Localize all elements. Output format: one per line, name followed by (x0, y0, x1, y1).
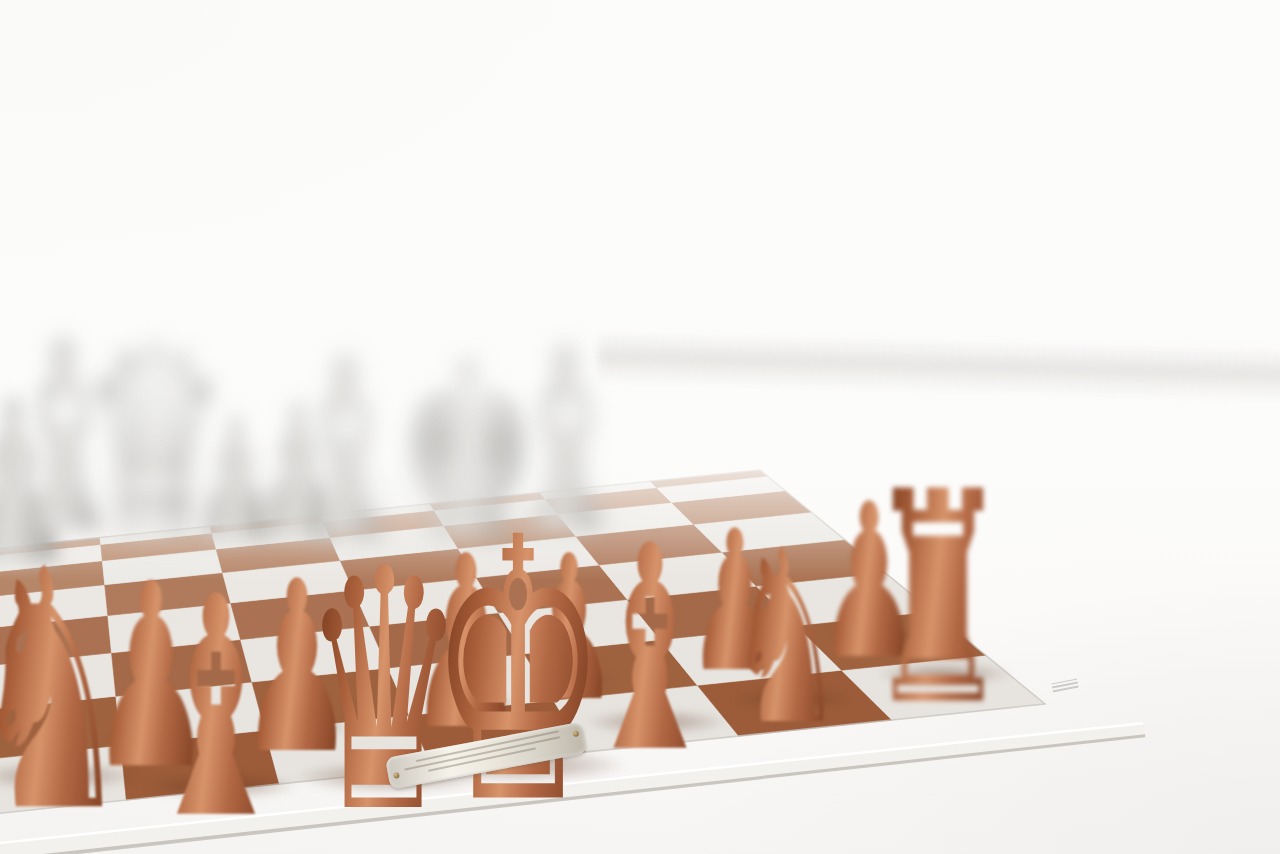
plaque-rivet (572, 730, 579, 737)
pieces-layer: ♟♝♛♟♟♝♚♝♞♟♝♟♛♟♚♟♝♟♞♟♜ (0, 0, 1280, 854)
chess-photo-scene: ♟♝♛♟♟♝♚♝♞♟♝♟♛♟♚♟♝♟♞♟♜ (0, 0, 1280, 854)
piece-white-bishop: ♝ (80, 558, 352, 854)
plaque-rivet (393, 772, 400, 779)
